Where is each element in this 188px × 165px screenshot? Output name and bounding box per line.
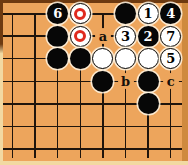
circle-mark-icon <box>74 30 86 42</box>
grid-line-h <box>3 126 182 128</box>
point-label-c: c <box>163 73 179 89</box>
white-stone-marked <box>70 3 91 24</box>
grid-line-v <box>34 13 36 158</box>
white-stone-7: 7 <box>160 26 181 47</box>
black-stone <box>138 71 159 92</box>
grid-line-h <box>3 148 182 150</box>
white-stone <box>138 48 159 69</box>
black-stone-4: 4 <box>160 3 181 24</box>
point-label-a: a <box>95 28 111 44</box>
white-stone-1: 1 <box>138 3 159 24</box>
white-stone <box>92 48 113 69</box>
white-stone-3: 3 <box>115 26 136 47</box>
black-stone <box>70 48 91 69</box>
grid-line-v <box>12 13 14 158</box>
black-stone-6: 6 <box>47 3 68 24</box>
black-stone <box>138 93 159 114</box>
diagram-frame-right <box>182 0 188 165</box>
white-stone-5: 5 <box>160 48 181 69</box>
black-stone <box>47 48 68 69</box>
black-stone <box>115 3 136 24</box>
diagram-frame-top <box>0 0 188 3</box>
black-stone <box>47 26 68 47</box>
circle-mark-icon <box>74 8 86 20</box>
black-stone <box>92 71 113 92</box>
white-stone-marked <box>70 26 91 47</box>
white-stone <box>115 48 136 69</box>
point-label-b: b <box>118 73 134 89</box>
diagram-frame-bottom <box>0 161 188 165</box>
black-stone-2: 2 <box>138 26 159 47</box>
go-diagram: 6143275abc <box>0 0 188 165</box>
